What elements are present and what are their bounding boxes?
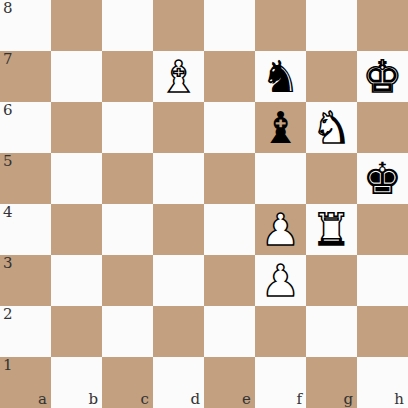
square-h4[interactable] [357,204,408,255]
rank-label-4: 4 [3,204,13,221]
square-f2[interactable] [255,306,306,357]
square-f4[interactable]: ♟ [255,204,306,255]
square-g8[interactable] [306,0,357,51]
square-c3[interactable] [102,255,153,306]
file-label-d: d [190,391,200,408]
rank-label-2: 2 [3,306,13,323]
square-a8[interactable]: 8 [0,0,51,51]
rank-label-3: 3 [3,255,13,272]
white-pawn-icon[interactable]: ♟ [261,255,300,306]
square-c8[interactable] [102,0,153,51]
file-label-c: c [141,391,149,408]
square-a6[interactable]: 6 [0,102,51,153]
square-f1[interactable]: f [255,357,306,408]
square-d2[interactable] [153,306,204,357]
square-b3[interactable] [51,255,102,306]
square-d3[interactable] [153,255,204,306]
square-f8[interactable] [255,0,306,51]
rank-label-6: 6 [3,102,13,119]
square-b2[interactable] [51,306,102,357]
square-h6[interactable] [357,102,408,153]
file-label-a: a [38,391,47,408]
black-king-icon[interactable]: ♚ [363,153,402,204]
square-h2[interactable] [357,306,408,357]
square-g3[interactable] [306,255,357,306]
file-label-e: e [242,391,251,408]
square-b7[interactable] [51,51,102,102]
square-b1[interactable]: b [51,357,102,408]
square-d6[interactable] [153,102,204,153]
rank-label-8: 8 [3,0,13,17]
square-e6[interactable] [204,102,255,153]
square-h1[interactable]: h [357,357,408,408]
square-g7[interactable] [306,51,357,102]
square-a7[interactable]: 7 [0,51,51,102]
square-g1[interactable]: g [306,357,357,408]
square-a4[interactable]: 4 [0,204,51,255]
square-c1[interactable]: c [102,357,153,408]
file-label-g: g [343,391,353,408]
square-g5[interactable] [306,153,357,204]
rank-label-5: 5 [3,153,13,170]
square-h7[interactable]: ♚ [357,51,408,102]
square-d1[interactable]: d [153,357,204,408]
square-f3[interactable]: ♟ [255,255,306,306]
square-d8[interactable] [153,0,204,51]
square-c2[interactable] [102,306,153,357]
file-label-f: f [296,391,302,408]
white-rook-icon[interactable]: ♜ [312,204,351,255]
rank-label-1: 1 [3,357,13,374]
square-h3[interactable] [357,255,408,306]
square-e5[interactable] [204,153,255,204]
square-e7[interactable] [204,51,255,102]
square-f7[interactable]: ♞ [255,51,306,102]
square-a5[interactable]: 5 [0,153,51,204]
square-c5[interactable] [102,153,153,204]
chess-board: 87♝♞♚6♝♞5♚4♟♜3♟21abcdefgh [0,0,408,408]
square-b4[interactable] [51,204,102,255]
white-king-icon[interactable]: ♚ [363,51,402,102]
square-b8[interactable] [51,0,102,51]
square-g6[interactable]: ♞ [306,102,357,153]
black-bishop-icon[interactable]: ♝ [261,102,300,153]
square-d7[interactable]: ♝ [153,51,204,102]
square-b6[interactable] [51,102,102,153]
black-knight-icon[interactable]: ♞ [261,51,300,102]
square-e3[interactable] [204,255,255,306]
square-c6[interactable] [102,102,153,153]
white-knight-icon[interactable]: ♞ [312,102,351,153]
square-h5[interactable]: ♚ [357,153,408,204]
square-e8[interactable] [204,0,255,51]
square-e1[interactable]: e [204,357,255,408]
square-a3[interactable]: 3 [0,255,51,306]
square-c7[interactable] [102,51,153,102]
square-d5[interactable] [153,153,204,204]
square-a2[interactable]: 2 [0,306,51,357]
white-bishop-icon[interactable]: ♝ [159,51,198,102]
file-label-b: b [88,391,98,408]
square-c4[interactable] [102,204,153,255]
square-g2[interactable] [306,306,357,357]
square-f6[interactable]: ♝ [255,102,306,153]
square-f5[interactable] [255,153,306,204]
file-label-h: h [394,391,404,408]
square-b5[interactable] [51,153,102,204]
square-a1[interactable]: 1a [0,357,51,408]
square-d4[interactable] [153,204,204,255]
square-h8[interactable] [357,0,408,51]
rank-label-7: 7 [3,51,13,68]
square-e4[interactable] [204,204,255,255]
white-pawn-icon[interactable]: ♟ [261,204,300,255]
square-g4[interactable]: ♜ [306,204,357,255]
square-e2[interactable] [204,306,255,357]
